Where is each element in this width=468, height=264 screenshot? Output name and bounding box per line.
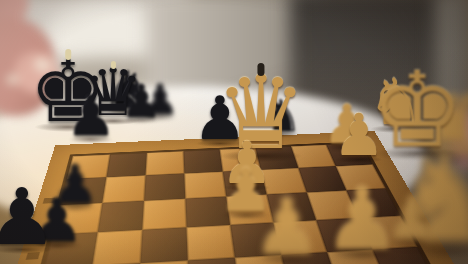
board-square[interactable] <box>140 227 188 263</box>
black-pawn[interactable]: ♟ <box>0 178 57 256</box>
board-square[interactable] <box>146 151 185 175</box>
black-pawn[interactable]: ♟ <box>66 88 116 144</box>
board-square[interactable] <box>144 173 185 200</box>
white-pawn[interactable]: ♟ <box>323 176 400 262</box>
white-pawn[interactable]: ♟ <box>252 188 322 264</box>
board-square[interactable] <box>187 225 235 260</box>
white-piece-finial-tip <box>257 63 265 76</box>
board-square[interactable] <box>92 230 142 264</box>
black-piece-finial-tip <box>65 49 71 60</box>
black-piece-finial-tip <box>111 61 116 70</box>
white-pawn[interactable]: ♟ <box>333 106 385 164</box>
hand-fingernail <box>6 74 19 85</box>
board-square[interactable] <box>102 175 145 203</box>
chess-photo-scene: ♚♛♞♟♟♟♟♟♟♟♞♛♚♞♜♟♟♟♟♟♟♟♞ <box>0 0 468 264</box>
board-square[interactable] <box>98 201 144 232</box>
white-knight[interactable]: ♞ <box>392 138 468 260</box>
board-square[interactable] <box>142 199 186 230</box>
board-square[interactable] <box>106 153 146 177</box>
